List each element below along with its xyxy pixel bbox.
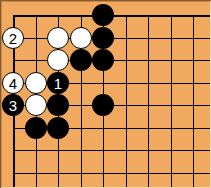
stone-black-move-1: 1 (47, 72, 69, 94)
stone-white (47, 49, 69, 71)
stone-black (92, 4, 114, 26)
stone-white (25, 94, 47, 116)
stone-white (47, 27, 69, 49)
stone-white-move-4: 4 (2, 72, 24, 94)
stone-black (70, 49, 92, 71)
stone-white (25, 72, 47, 94)
stone-black-move-3: 3 (2, 94, 24, 116)
stone-black (92, 27, 114, 49)
stone-white (70, 27, 92, 49)
grid-line-vertical (171, 15, 172, 187)
grid-line-vertical (126, 15, 127, 187)
grid-line-horizontal (13, 173, 210, 174)
stone-black (47, 94, 69, 116)
stone-black (92, 94, 114, 116)
stone-white-move-2: 2 (2, 27, 24, 49)
grid-line-vertical (193, 15, 194, 187)
grid-line-horizontal (13, 150, 210, 151)
stone-black (25, 117, 47, 139)
stone-black (92, 49, 114, 71)
go-board: 2413 (0, 0, 211, 188)
stone-black (47, 117, 69, 139)
grid-line-vertical (148, 15, 149, 187)
